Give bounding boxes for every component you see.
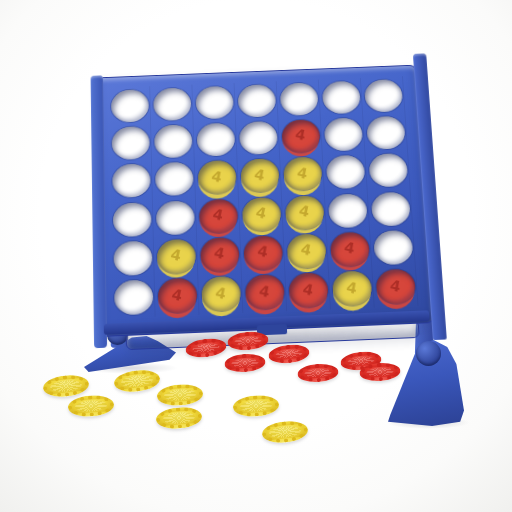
cell-r6-c3[interactable]: ●4 [198,273,243,314]
hole: ●4 [244,274,284,310]
loose-yellow-disc-11[interactable] [156,383,203,407]
cell-r6-c7[interactable]: ●4 [372,266,418,307]
loose-yellow-disc-10[interactable] [113,368,161,394]
loose-yellow-disc-9[interactable] [67,394,114,418]
hole [366,116,406,150]
cell-r2-c1[interactable] [109,123,152,162]
hole: ●4 [331,271,372,307]
hole [323,117,363,151]
loose-red-disc-5[interactable] [297,363,339,384]
hole [153,87,191,121]
hole [112,202,151,237]
cell-r2-c2[interactable] [151,122,195,161]
cell-r3-c7[interactable] [365,151,410,191]
loose-yellow-disc-8[interactable] [42,373,90,399]
cell-r4-c7[interactable] [368,189,413,229]
hole [112,164,151,199]
hole [113,241,152,277]
hole: ●4 [288,273,328,309]
loose-yellow-disc-14[interactable] [261,419,309,445]
cell-r6-c4[interactable]: ●4 [242,272,287,313]
hole [154,162,193,197]
hole [111,126,149,160]
cell-r4-c1[interactable] [110,199,154,239]
connect-four-board: ●4●4●4●4●4●4●4●4●4●4●4●4●4●4●4●4●4●4 [96,65,433,337]
yellow-disc[interactable]: ● [201,275,241,311]
cell-r3-c2[interactable] [152,159,196,199]
cell-r6-c2[interactable]: ●4 [155,275,200,316]
hole [154,124,193,158]
hole [110,89,148,123]
loose-red-disc-1[interactable] [185,337,228,360]
red-disc[interactable]: ● [244,273,284,309]
red-disc[interactable]: ● [288,272,328,308]
hole [321,80,360,114]
cell-r5-c1[interactable] [110,238,154,279]
right-hinge-knob [416,341,441,366]
board-grid: ●4●4●4●4●4●4●4●4●4●4●4●4●4●4●4●4●4●4 [108,76,418,318]
loose-yellow-disc-13[interactable] [232,394,279,418]
loose-red-disc-2[interactable] [227,330,269,352]
cell-r6-c5[interactable]: ●4 [285,270,331,311]
cell-r1-c2[interactable] [150,85,193,124]
red-disc[interactable]: ● [375,268,416,304]
hole [370,191,410,226]
product-photo-stage: ●4●4●4●4●4●4●4●4●4●4●4●4●4●4●4●4●4●4 [0,0,512,512]
hole [363,79,402,113]
hole [237,84,276,118]
cell-r1-c4[interactable] [235,81,279,120]
hole [114,280,153,316]
hole: ●4 [375,269,416,305]
cell-r2-c7[interactable] [363,113,408,152]
hole [195,85,234,119]
yellow-disc[interactable]: ● [331,270,372,306]
hole [368,153,408,188]
loose-red-disc-4[interactable] [268,343,311,365]
hole [325,155,365,190]
hole: ●4 [201,276,241,312]
loose-red-disc-3[interactable] [224,353,266,374]
cell-r2-c6[interactable] [321,115,366,154]
cell-r1-c6[interactable] [319,78,363,117]
hole: ●4 [157,278,197,314]
cell-r1-c3[interactable] [192,83,236,122]
cell-r3-c6[interactable] [323,152,368,192]
cell-r1-c1[interactable] [108,86,151,125]
cell-r3-c1[interactable] [109,161,153,201]
cell-r6-c6[interactable]: ●4 [329,268,375,309]
cell-r6-c1[interactable] [111,277,156,319]
loose-yellow-disc-12[interactable] [155,406,203,431]
cell-r1-c7[interactable] [361,76,406,115]
left-support-rail [91,75,108,348]
red-disc[interactable]: ● [157,277,197,313]
